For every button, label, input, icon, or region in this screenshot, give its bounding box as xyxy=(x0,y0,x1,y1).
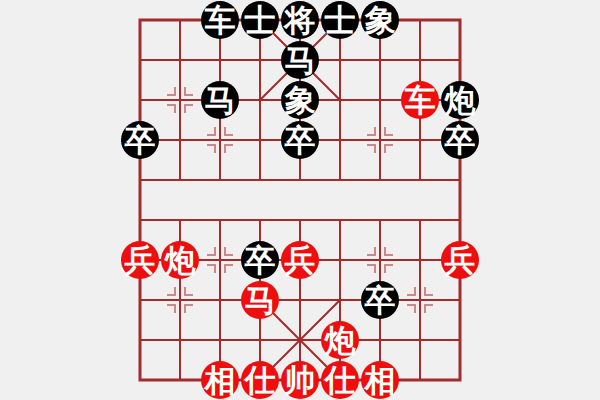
piece-red-advisor[interactable]: 仕 xyxy=(321,361,359,399)
pieces-layer: 车士将士象马马象车炮卒卒卒兵炮卒兵兵马卒炮相仕帅仕相 xyxy=(0,0,600,400)
piece-black-elephant[interactable]: 象 xyxy=(361,1,399,39)
piece-black-soldier[interactable]: 卒 xyxy=(441,121,479,159)
piece-black-cannon[interactable]: 炮 xyxy=(441,81,479,119)
piece-black-chariot[interactable]: 车 xyxy=(201,1,239,39)
piece-black-elephant[interactable]: 象 xyxy=(281,81,319,119)
piece-red-soldier[interactable]: 兵 xyxy=(121,241,159,279)
xiangqi-board: 车士将士象马马象车炮卒卒卒兵炮卒兵兵马卒炮相仕帅仕相 xyxy=(0,0,600,400)
piece-red-soldier[interactable]: 兵 xyxy=(281,241,319,279)
piece-black-soldier[interactable]: 卒 xyxy=(281,121,319,159)
piece-red-chariot[interactable]: 车 xyxy=(401,81,439,119)
piece-black-advisor[interactable]: 士 xyxy=(321,1,359,39)
piece-black-advisor[interactable]: 士 xyxy=(241,1,279,39)
piece-red-soldier[interactable]: 兵 xyxy=(441,241,479,279)
piece-red-elephant[interactable]: 相 xyxy=(361,361,399,399)
piece-black-general[interactable]: 将 xyxy=(281,1,319,39)
piece-black-horse[interactable]: 马 xyxy=(281,41,319,79)
piece-red-general[interactable]: 帅 xyxy=(281,361,319,399)
piece-red-horse[interactable]: 马 xyxy=(241,281,279,319)
piece-red-cannon[interactable]: 炮 xyxy=(321,321,359,359)
piece-red-advisor[interactable]: 仕 xyxy=(241,361,279,399)
piece-black-soldier[interactable]: 卒 xyxy=(241,241,279,279)
piece-black-soldier[interactable]: 卒 xyxy=(361,281,399,319)
piece-black-soldier[interactable]: 卒 xyxy=(121,121,159,159)
piece-black-horse[interactable]: 马 xyxy=(201,81,239,119)
piece-red-elephant[interactable]: 相 xyxy=(201,361,239,399)
piece-red-cannon[interactable]: 炮 xyxy=(161,241,199,279)
